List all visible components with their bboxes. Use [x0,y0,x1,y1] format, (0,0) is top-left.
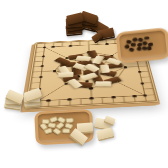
tray-peg-dark[interactable] [138,36,144,41]
tray-peg-dark[interactable] [147,41,153,45]
tray-peg-dark[interactable] [131,42,136,45]
board-peg[interactable] [123,66,127,68]
board-peg[interactable] [69,45,72,47]
board-peg[interactable] [105,43,108,45]
reserve-tile-light[interactable] [96,127,114,140]
tray-peg-light[interactable] [62,128,70,133]
board-tile-light[interactable] [58,72,74,77]
board-peg[interactable] [43,46,46,48]
board-peg[interactable] [90,97,94,100]
board-peg[interactable] [41,65,45,67]
board-peg[interactable] [47,99,51,102]
board-peg[interactable] [39,76,43,78]
board-peg[interactable] [42,55,46,57]
board-peg[interactable] [143,94,147,97]
tray-peg-light[interactable] [44,128,53,134]
board-peg[interactable] [112,96,116,99]
board-peg[interactable] [137,71,141,73]
board-peg[interactable] [64,83,68,85]
tray-peg-dark[interactable] [144,36,149,39]
tray-peg-dark[interactable] [132,36,138,40]
tray-peg-dark[interactable] [147,45,152,50]
tray-peg-dark[interactable] [129,46,135,50]
board-peg[interactable] [132,95,136,98]
product-photo-scene [0,0,168,168]
board-peg[interactable] [67,98,71,101]
tray-peg-dark[interactable] [126,39,132,43]
tray-peg-light[interactable] [52,127,62,135]
board-peg[interactable] [52,46,55,48]
board-peg[interactable] [140,82,144,84]
board-tile-light[interactable] [95,81,112,86]
tray-dark-pieces[interactable] [116,27,168,63]
board-peg[interactable] [53,70,57,72]
board-tile-light[interactable] [76,55,92,60]
